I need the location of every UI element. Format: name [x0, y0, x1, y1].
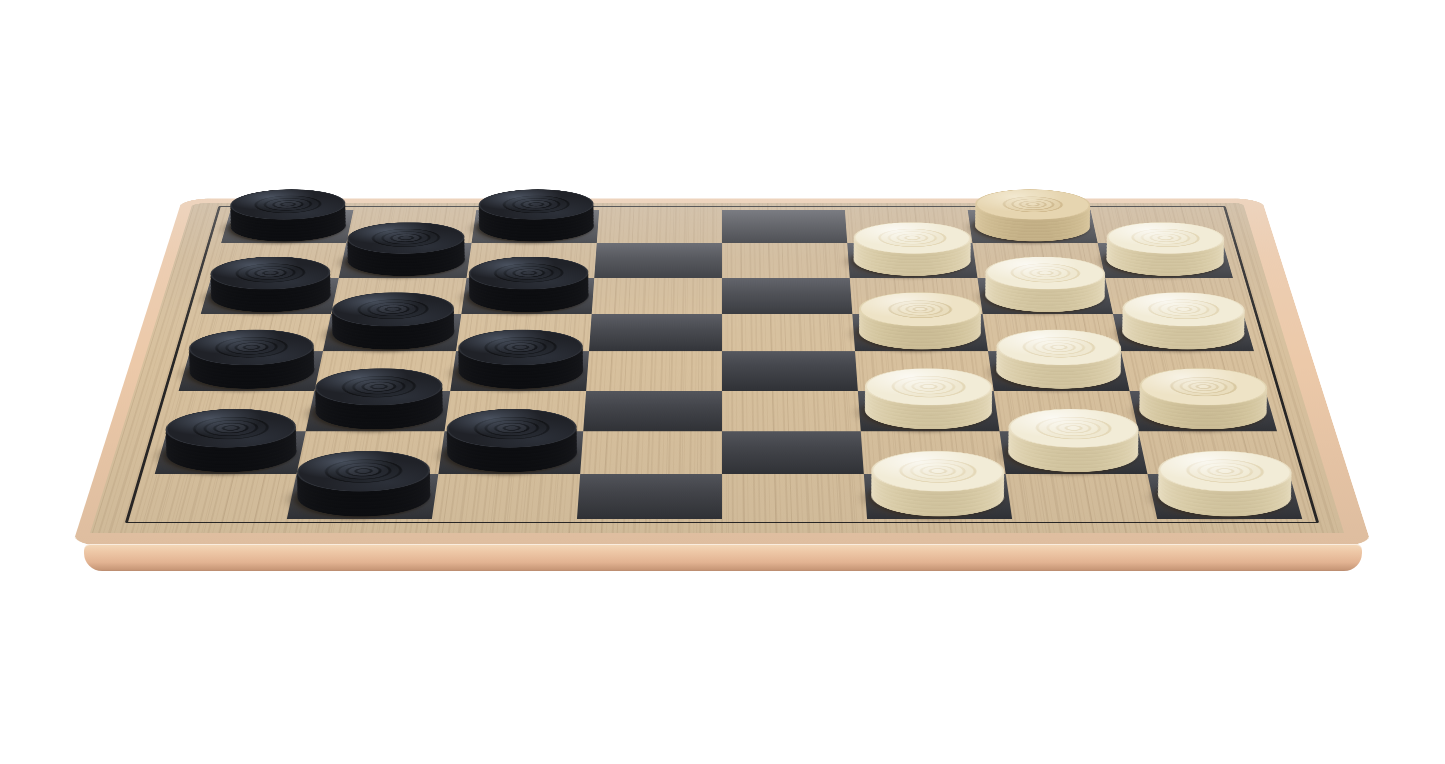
board-square[interactable]	[977, 278, 1112, 314]
board-square[interactable]	[861, 431, 1006, 474]
board-square[interactable]	[339, 243, 472, 278]
board-square[interactable]	[852, 314, 988, 352]
board-square[interactable]	[577, 474, 722, 519]
board-square[interactable]	[201, 278, 339, 314]
board-square[interactable]	[467, 243, 597, 278]
checkers-board	[72, 199, 1372, 546]
board-square[interactable]	[1006, 474, 1157, 519]
board-square[interactable]	[594, 243, 722, 278]
board-square[interactable]	[850, 278, 983, 314]
board-square[interactable]	[331, 278, 466, 314]
board-square[interactable]	[438, 431, 583, 474]
board-square[interactable]	[864, 474, 1012, 519]
board-square[interactable]	[722, 210, 847, 243]
board-square[interactable]	[1000, 431, 1148, 474]
board-square[interactable]	[855, 351, 994, 390]
board-surface	[72, 199, 1372, 546]
board-square[interactable]	[346, 210, 476, 243]
board-square[interactable]	[1105, 278, 1243, 314]
board-square[interactable]	[580, 431, 722, 474]
board-square[interactable]	[722, 351, 858, 390]
board-square[interactable]	[722, 314, 855, 352]
board-scene	[72, 0, 1372, 546]
board-square[interactable]	[1129, 391, 1277, 432]
board-square[interactable]	[1121, 351, 1265, 390]
board-square[interactable]	[190, 314, 331, 352]
board-square[interactable]	[444, 391, 586, 432]
board-square[interactable]	[597, 210, 722, 243]
board-square[interactable]	[450, 351, 589, 390]
board-square[interactable]	[1138, 431, 1289, 474]
board-square[interactable]	[1113, 314, 1254, 352]
board-square[interactable]	[722, 391, 861, 432]
board-square[interactable]	[847, 243, 977, 278]
board-square[interactable]	[722, 474, 867, 519]
board-square[interactable]	[994, 391, 1139, 432]
board-square[interactable]	[983, 314, 1121, 352]
board-square[interactable]	[968, 210, 1098, 243]
board-square[interactable]	[589, 314, 722, 352]
board-square[interactable]	[722, 278, 852, 314]
board-square[interactable]	[586, 351, 722, 390]
board-square[interactable]	[988, 351, 1129, 390]
board-front-edge	[84, 544, 1362, 571]
board-square[interactable]	[845, 210, 973, 243]
board-square[interactable]	[722, 243, 850, 278]
board-square[interactable]	[142, 474, 297, 519]
board-square[interactable]	[155, 431, 306, 474]
board-square[interactable]	[722, 431, 864, 474]
board-square[interactable]	[167, 391, 315, 432]
board-square[interactable]	[323, 314, 461, 352]
board-square[interactable]	[461, 278, 594, 314]
board-square[interactable]	[297, 431, 445, 474]
board-square[interactable]	[306, 391, 451, 432]
board-square[interactable]	[179, 351, 323, 390]
board-square[interactable]	[287, 474, 438, 519]
board-square[interactable]	[456, 314, 592, 352]
board-square[interactable]	[592, 278, 722, 314]
board-square[interactable]	[315, 351, 456, 390]
board-square[interactable]	[1098, 243, 1233, 278]
board-squares	[142, 210, 1302, 519]
board-square[interactable]	[1147, 474, 1302, 519]
board-square[interactable]	[221, 210, 353, 243]
board-square[interactable]	[972, 243, 1105, 278]
board-square[interactable]	[211, 243, 346, 278]
board-square[interactable]	[583, 391, 722, 432]
board-square[interactable]	[472, 210, 600, 243]
product-photo-stage	[0, 0, 1445, 764]
board-square[interactable]	[858, 391, 1000, 432]
board-square[interactable]	[1090, 210, 1222, 243]
board-square[interactable]	[432, 474, 580, 519]
